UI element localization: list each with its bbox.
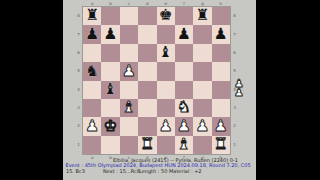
file-label-h: h — [212, 2, 230, 7]
file-label-a: a — [83, 155, 101, 160]
status-line: 15. Bc3 Next : 15...Rc8 Length : 50 Mate… — [63, 169, 256, 175]
rank-label-2: 2 — [232, 117, 237, 135]
square-a7: ♟ — [83, 25, 101, 43]
square-h2: ♟ — [212, 117, 230, 135]
square-h5 — [212, 62, 230, 80]
square-c5: ♟ — [120, 62, 138, 80]
square-f2: ♟ — [175, 117, 193, 135]
rank-labels-left: 87654321 — [76, 7, 81, 154]
black-rook-piece: ♜ — [85, 8, 99, 24]
black-pawn-piece: ♟ — [177, 27, 191, 43]
square-h7: ♟ — [212, 25, 230, 43]
square-d7 — [138, 25, 156, 43]
square-f8 — [175, 7, 193, 25]
square-g1 — [193, 136, 211, 154]
white-king-piece: ♚ — [104, 119, 118, 135]
material-balance: Material : +2 — [169, 169, 202, 175]
square-e1 — [157, 136, 175, 154]
square-h3 — [212, 99, 230, 117]
square-d6 — [138, 44, 156, 62]
file-labels-top: abcdefgh — [83, 2, 230, 7]
rank-label-6: 6 — [76, 44, 81, 62]
square-f4 — [175, 81, 193, 99]
square-a3 — [83, 99, 101, 117]
white-pawn-piece: ♟ — [195, 119, 209, 135]
square-h4 — [212, 81, 230, 99]
black-rook-piece: ♜ — [195, 8, 209, 24]
file-label-a: a — [83, 2, 101, 7]
square-c1 — [120, 136, 138, 154]
next-move: Next : 15...Rc8 — [103, 169, 140, 175]
square-a8: ♜ — [83, 7, 101, 25]
left-pillarbox-bar — [0, 0, 63, 180]
video-frame: abcdefgh 87654321 ♜♚♜♟♟♟♟♝♞♟♝♝♞♟♚♟♟♟♟♜♝♜… — [0, 0, 320, 180]
square-c8 — [120, 7, 138, 25]
square-c7 — [120, 25, 138, 43]
white-pawn-piece: ♟ — [85, 119, 99, 135]
square-c6 — [120, 44, 138, 62]
square-d3 — [138, 99, 156, 117]
rank-label-4: 4 — [76, 81, 81, 99]
square-a2: ♟ — [83, 117, 101, 135]
rank-label-5: 5 — [76, 62, 81, 80]
square-g8: ♜ — [193, 7, 211, 25]
current-move: 15. Bc3 — [66, 169, 85, 175]
white-pawn-piece: ♟ — [177, 119, 191, 135]
square-d1: ♜ — [138, 136, 156, 154]
white-rook-piece: ♜ — [214, 137, 228, 153]
square-b8 — [101, 7, 119, 25]
square-f6 — [175, 44, 193, 62]
white-pawn-piece: ♟ — [159, 119, 173, 135]
right-pillarbox-bar — [256, 0, 320, 180]
square-b3 — [101, 99, 119, 117]
black-knight-piece: ♞ — [85, 64, 99, 80]
black-bishop-piece: ♝ — [159, 45, 173, 61]
square-b1 — [101, 136, 119, 154]
square-e6: ♝ — [157, 44, 175, 62]
rank-label-3: 3 — [232, 99, 237, 117]
square-h1: ♜ — [212, 136, 230, 154]
white-pawn-piece: ♟ — [122, 64, 136, 80]
square-d5 — [138, 62, 156, 80]
rank-label-2: 2 — [76, 117, 81, 135]
square-f1: ♝ — [175, 136, 193, 154]
rank-label-7: 7 — [232, 25, 237, 43]
file-label-g: g — [193, 2, 211, 7]
square-g3 — [193, 99, 211, 117]
rank-label-6: 6 — [232, 44, 237, 62]
black-king-piece: ♚ — [159, 8, 173, 24]
square-c4 — [120, 81, 138, 99]
square-c3: ♝ — [120, 99, 138, 117]
rank-label-8: 8 — [76, 7, 81, 25]
square-h6 — [212, 44, 230, 62]
square-a1 — [83, 136, 101, 154]
tray-white-pawn: ♟ — [234, 87, 248, 98]
square-e2: ♟ — [157, 117, 175, 135]
white-pawn-piece: ♟ — [214, 119, 228, 135]
rank-label-7: 7 — [76, 25, 81, 43]
square-d2 — [138, 117, 156, 135]
square-d4 — [138, 81, 156, 99]
game-length: Length : 50 — [139, 169, 167, 175]
white-bishop-piece: ♝ — [177, 137, 191, 153]
black-pawn-piece: ♟ — [104, 27, 118, 43]
square-e3 — [157, 99, 175, 117]
rank-label-1: 1 — [232, 136, 237, 154]
square-b7: ♟ — [101, 25, 119, 43]
square-e5 — [157, 62, 175, 80]
black-pawn-piece: ♟ — [214, 27, 228, 43]
square-f3: ♞ — [175, 99, 193, 117]
square-a6 — [83, 44, 101, 62]
square-b6 — [101, 44, 119, 62]
file-label-e: e — [157, 2, 175, 7]
square-f7: ♟ — [175, 25, 193, 43]
square-g2: ♟ — [193, 117, 211, 135]
square-g6 — [193, 44, 211, 62]
file-label-b: b — [101, 2, 119, 7]
square-f5 — [175, 62, 193, 80]
rank-label-8: 8 — [232, 7, 237, 25]
white-rook-piece: ♜ — [140, 137, 154, 153]
square-b2: ♚ — [101, 117, 119, 135]
rank-label-3: 3 — [76, 99, 81, 117]
file-label-d: d — [138, 2, 156, 7]
chess-diagram-panel: abcdefgh 87654321 ♜♚♜♟♟♟♟♝♞♟♝♝♞♟♚♟♟♟♟♜♝♜… — [63, 0, 256, 180]
square-e7 — [157, 25, 175, 43]
board: ♜♚♜♟♟♟♟♝♞♟♝♝♞♟♚♟♟♟♟♜♝♜ — [83, 7, 230, 154]
square-a5: ♞ — [83, 62, 101, 80]
square-e4 — [157, 81, 175, 99]
square-b5 — [101, 62, 119, 80]
square-g5 — [193, 62, 211, 80]
rank-label-1: 1 — [76, 136, 81, 154]
black-bishop-piece: ♝ — [104, 82, 118, 98]
square-g4 — [193, 81, 211, 99]
file-label-c: c — [120, 2, 138, 7]
square-c2 — [120, 117, 138, 135]
white-bishop-piece: ♝ — [122, 100, 136, 116]
file-label-f: f — [175, 2, 193, 7]
square-a4 — [83, 81, 101, 99]
square-g7 — [193, 25, 211, 43]
black-pawn-piece: ♟ — [85, 27, 99, 43]
captured-material-tray: ♟♟ — [234, 80, 248, 98]
square-h8 — [212, 7, 230, 25]
square-e8: ♚ — [157, 7, 175, 25]
square-d8 — [138, 7, 156, 25]
square-b4: ♝ — [101, 81, 119, 99]
white-knight-piece: ♞ — [177, 100, 191, 116]
